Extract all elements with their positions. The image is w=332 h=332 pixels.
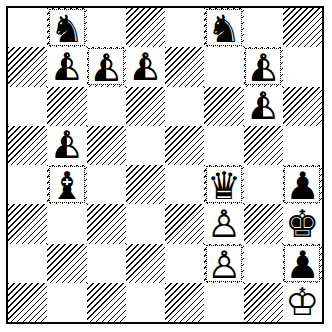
- square-g1[interactable]: [244, 283, 283, 322]
- square-d5[interactable]: [126, 126, 165, 165]
- square-a1[interactable]: [8, 283, 47, 322]
- square-c4[interactable]: [87, 165, 126, 204]
- square-a3[interactable]: [8, 204, 47, 243]
- square-b4[interactable]: ♝: [47, 165, 86, 204]
- square-g6[interactable]: ♙♟: [244, 87, 283, 126]
- piece-black-king: ♚: [285, 205, 319, 243]
- piece-halo: ♙♟: [88, 48, 124, 85]
- square-b3[interactable]: [47, 204, 86, 243]
- piece-halo: ♞: [49, 9, 85, 46]
- square-h5[interactable]: [283, 126, 322, 165]
- square-e5[interactable]: [165, 126, 204, 165]
- chess-diagram: ♞♞♙♟♙♟♙♟♙♟♙♟♙♟♝♛♟♙♚♙♟♔: [0, 0, 332, 332]
- square-c1[interactable]: [87, 283, 126, 322]
- square-h2[interactable]: ♟: [283, 244, 322, 283]
- piece-halo: ♝: [49, 166, 85, 203]
- square-d1[interactable]: [126, 283, 165, 322]
- square-a6[interactable]: [8, 87, 47, 126]
- square-d4[interactable]: [126, 165, 165, 204]
- square-f1[interactable]: [204, 283, 243, 322]
- square-a7[interactable]: [8, 47, 47, 86]
- square-h8[interactable]: [283, 8, 322, 47]
- square-f6[interactable]: [204, 87, 243, 126]
- square-c6[interactable]: [87, 87, 126, 126]
- square-b2[interactable]: [47, 244, 86, 283]
- square-c5[interactable]: [87, 126, 126, 165]
- piece-black-pawn: ♟: [285, 167, 319, 205]
- square-e7[interactable]: [165, 47, 204, 86]
- square-b6[interactable]: [47, 87, 86, 126]
- square-f7[interactable]: [204, 47, 243, 86]
- piece-halo: ♞: [206, 9, 242, 46]
- piece-black-bishop: ♝: [50, 167, 84, 205]
- square-b5[interactable]: ♙♟: [47, 126, 86, 165]
- piece-halo: ♙: [206, 245, 242, 282]
- piece-white-pawn: ♙: [207, 246, 241, 284]
- piece-white-pawn: ♙: [207, 205, 241, 243]
- square-f2[interactable]: ♙: [204, 244, 243, 283]
- square-e6[interactable]: [165, 87, 204, 126]
- piece-neutral-pawn: ♙♟: [246, 87, 280, 125]
- square-h3[interactable]: ♚: [283, 204, 322, 243]
- piece-white-king: ♔: [285, 283, 319, 321]
- square-f3[interactable]: ♙: [204, 204, 243, 243]
- square-e4[interactable]: [165, 165, 204, 204]
- square-a8[interactable]: [8, 8, 47, 47]
- piece-black-queen: ♛: [207, 167, 241, 205]
- square-g2[interactable]: [244, 244, 283, 283]
- square-g4[interactable]: [244, 165, 283, 204]
- square-h7[interactable]: [283, 47, 322, 86]
- square-c7[interactable]: ♙♟: [87, 47, 126, 86]
- square-f8[interactable]: ♞: [204, 8, 243, 47]
- square-c3[interactable]: [87, 204, 126, 243]
- piece-halo: ♛: [206, 166, 242, 203]
- square-f4[interactable]: ♛: [204, 165, 243, 204]
- square-b8[interactable]: ♞: [47, 8, 86, 47]
- piece-neutral-pawn: ♙♟: [89, 49, 123, 87]
- square-a2[interactable]: [8, 244, 47, 283]
- chess-board: ♞♞♙♟♙♟♙♟♙♟♙♟♙♟♝♛♟♙♚♙♟♔: [8, 8, 322, 322]
- square-e3[interactable]: [165, 204, 204, 243]
- square-a5[interactable]: [8, 126, 47, 165]
- square-e2[interactable]: [165, 244, 204, 283]
- piece-black-knight: ♞: [207, 10, 241, 48]
- piece-black-pawn: ♟: [285, 246, 319, 284]
- square-g5[interactable]: [244, 126, 283, 165]
- piece-halo: ♙♟: [245, 48, 281, 85]
- square-d3[interactable]: [126, 204, 165, 243]
- square-b7[interactable]: ♙♟: [47, 47, 86, 86]
- square-d7[interactable]: ♙♟: [126, 47, 165, 86]
- square-e8[interactable]: [165, 8, 204, 47]
- board-frame: ♞♞♙♟♙♟♙♟♙♟♙♟♙♟♝♛♟♙♚♙♟♔: [6, 6, 324, 324]
- piece-black-knight: ♞: [50, 10, 84, 48]
- square-f5[interactable]: [204, 126, 243, 165]
- piece-neutral-pawn: ♙♟: [128, 48, 162, 86]
- square-c2[interactable]: [87, 244, 126, 283]
- square-d6[interactable]: [126, 87, 165, 126]
- square-h1[interactable]: ♔: [283, 283, 322, 322]
- square-c8[interactable]: [87, 8, 126, 47]
- square-g8[interactable]: [244, 8, 283, 47]
- square-b1[interactable]: [47, 283, 86, 322]
- square-h4[interactable]: ♟: [283, 165, 322, 204]
- piece-neutral-pawn: ♙♟: [50, 126, 84, 164]
- square-d2[interactable]: [126, 244, 165, 283]
- piece-halo: ♟: [284, 166, 320, 203]
- piece-neutral-pawn: ♙♟: [50, 48, 84, 86]
- square-a4[interactable]: [8, 165, 47, 204]
- piece-neutral-pawn: ♙♟: [246, 49, 280, 87]
- square-e1[interactable]: [165, 283, 204, 322]
- square-g3[interactable]: [244, 204, 283, 243]
- square-g7[interactable]: ♙♟: [244, 47, 283, 86]
- square-h6[interactable]: [283, 87, 322, 126]
- piece-halo: ♟: [284, 245, 320, 282]
- square-d8[interactable]: [126, 8, 165, 47]
